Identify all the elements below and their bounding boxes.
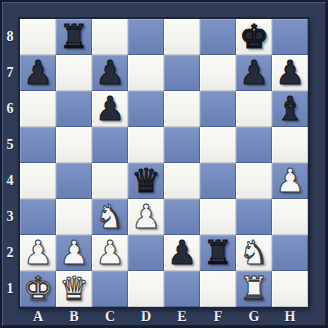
square-e3[interactable] (164, 199, 200, 235)
file-label-a: A (20, 307, 56, 328)
black-pawn-a7[interactable]: ♟ (20, 55, 56, 91)
rank-label-3: 3 (0, 199, 20, 235)
black-bishop-h6[interactable]: ♝ (272, 91, 308, 127)
file-label-e: E (164, 307, 200, 328)
square-c2[interactable]: ♟ (92, 235, 128, 271)
file-label-f: F (200, 307, 236, 328)
rank-label-6: 6 (0, 91, 20, 127)
square-c3[interactable]: ♞ (92, 199, 128, 235)
white-king-a1[interactable]: ♚ (20, 271, 56, 307)
square-a2[interactable]: ♟ (20, 235, 56, 271)
square-d5[interactable] (128, 127, 164, 163)
square-a7[interactable]: ♟ (20, 55, 56, 91)
square-h5[interactable] (272, 127, 308, 163)
square-e2[interactable]: ♟ (164, 235, 200, 271)
square-h4[interactable]: ♟ (272, 163, 308, 199)
square-e7[interactable] (164, 55, 200, 91)
square-f8[interactable] (200, 19, 236, 55)
black-pawn-e2[interactable]: ♟ (164, 235, 200, 271)
square-g2[interactable]: ♞ (236, 235, 272, 271)
white-pawn-h4[interactable]: ♟ (272, 163, 308, 199)
square-b2[interactable]: ♟ (56, 235, 92, 271)
white-queen-b1[interactable]: ♛ (56, 271, 92, 307)
square-h6[interactable]: ♝ (272, 91, 308, 127)
file-label-c: C (92, 307, 128, 328)
square-c6[interactable]: ♟ (92, 91, 128, 127)
file-label-b: B (56, 307, 92, 328)
black-rook-f2[interactable]: ♜ (200, 235, 236, 271)
square-a5[interactable] (20, 127, 56, 163)
square-e8[interactable] (164, 19, 200, 55)
square-b5[interactable] (56, 127, 92, 163)
black-queen-d4[interactable]: ♛ (128, 163, 164, 199)
square-h3[interactable] (272, 199, 308, 235)
black-rook-b8[interactable]: ♜ (56, 19, 92, 55)
square-d6[interactable] (128, 91, 164, 127)
square-g1[interactable]: ♜ (236, 271, 272, 307)
square-h8[interactable] (272, 19, 308, 55)
square-d3[interactable]: ♟ (128, 199, 164, 235)
square-d8[interactable] (128, 19, 164, 55)
square-g4[interactable] (236, 163, 272, 199)
file-label-h: H (272, 307, 308, 328)
square-g5[interactable] (236, 127, 272, 163)
file-labels: ABCDEFGH (20, 307, 308, 328)
square-b8[interactable]: ♜ (56, 19, 92, 55)
square-d2[interactable] (128, 235, 164, 271)
black-king-g8[interactable]: ♚ (236, 19, 272, 55)
chess-board: ♜♚♟♟♟♟♟♝♛♟♞♟♟♟♟♟♜♞♚♛♜ (20, 19, 308, 307)
square-f3[interactable] (200, 199, 236, 235)
square-h7[interactable]: ♟ (272, 55, 308, 91)
square-f7[interactable] (200, 55, 236, 91)
square-f4[interactable] (200, 163, 236, 199)
square-b7[interactable] (56, 55, 92, 91)
square-e1[interactable] (164, 271, 200, 307)
square-a1[interactable]: ♚ (20, 271, 56, 307)
rank-label-5: 5 (0, 127, 20, 163)
rank-label-4: 4 (0, 163, 20, 199)
square-b4[interactable] (56, 163, 92, 199)
square-b6[interactable] (56, 91, 92, 127)
square-c4[interactable] (92, 163, 128, 199)
square-a4[interactable] (20, 163, 56, 199)
white-rook-g1[interactable]: ♜ (236, 271, 272, 307)
rank-label-7: 7 (0, 55, 20, 91)
black-pawn-c7[interactable]: ♟ (92, 55, 128, 91)
square-a8[interactable] (20, 19, 56, 55)
rank-labels: 87654321 (0, 19, 20, 307)
square-f1[interactable] (200, 271, 236, 307)
square-a3[interactable] (20, 199, 56, 235)
square-c8[interactable] (92, 19, 128, 55)
square-g3[interactable] (236, 199, 272, 235)
white-knight-g2[interactable]: ♞ (236, 235, 272, 271)
white-pawn-a2[interactable]: ♟ (20, 235, 56, 271)
square-f6[interactable] (200, 91, 236, 127)
square-h2[interactable] (272, 235, 308, 271)
square-a6[interactable] (20, 91, 56, 127)
file-label-g: G (236, 307, 272, 328)
rank-label-2: 2 (0, 235, 20, 271)
black-pawn-c6[interactable]: ♟ (92, 91, 128, 127)
file-label-d: D (128, 307, 164, 328)
square-d7[interactable] (128, 55, 164, 91)
square-b3[interactable] (56, 199, 92, 235)
rank-label-8: 8 (0, 19, 20, 55)
white-pawn-d3[interactable]: ♟ (128, 199, 164, 235)
square-d4[interactable]: ♛ (128, 163, 164, 199)
white-knight-c3[interactable]: ♞ (92, 199, 128, 235)
black-pawn-h7[interactable]: ♟ (272, 55, 308, 91)
square-g6[interactable] (236, 91, 272, 127)
square-e6[interactable] (164, 91, 200, 127)
white-pawn-c2[interactable]: ♟ (92, 235, 128, 271)
square-f5[interactable] (200, 127, 236, 163)
square-c1[interactable] (92, 271, 128, 307)
square-d1[interactable] (128, 271, 164, 307)
square-b1[interactable]: ♛ (56, 271, 92, 307)
white-pawn-b2[interactable]: ♟ (56, 235, 92, 271)
square-e4[interactable] (164, 163, 200, 199)
square-c7[interactable]: ♟ (92, 55, 128, 91)
square-g7[interactable]: ♟ (236, 55, 272, 91)
square-f2[interactable]: ♜ (200, 235, 236, 271)
black-pawn-g7[interactable]: ♟ (236, 55, 272, 91)
square-h1[interactable] (272, 271, 308, 307)
chessboard-frame: 87654321 ABCDEFGH ♜♚♟♟♟♟♟♝♛♟♞♟♟♟♟♟♜♞♚♛♜ (0, 0, 328, 328)
square-c5[interactable] (92, 127, 128, 163)
square-e5[interactable] (164, 127, 200, 163)
rank-label-1: 1 (0, 271, 20, 307)
square-g8[interactable]: ♚ (236, 19, 272, 55)
